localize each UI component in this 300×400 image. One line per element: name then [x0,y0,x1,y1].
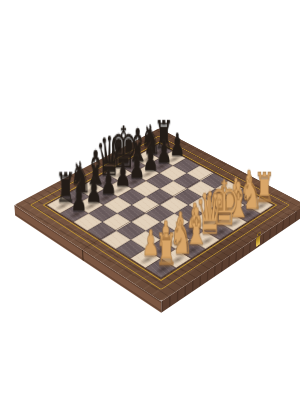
scene: ♜♞♝♛♚♝♞♜♟♟♟♟♟♟♟♟♟♟♟♟♟♟♟♟♜♞♝♛♚♝♞♜ [0,0,300,400]
square-e2: ♟ [189,213,218,230]
square-g3 [202,189,230,205]
square-b5 [102,213,131,230]
square-f1: ♝ [218,213,247,230]
fold-seam-edge [82,249,84,261]
square-b8: ♞ [62,189,90,205]
square-f6 [146,173,173,189]
chess-board: ♜♞♝♛♚♝♞♜♟♟♟♟♟♟♟♟♟♟♟♟♟♟♟♟♜♞♝♛♚♝♞♜ [14,128,300,301]
piece-anchor: ♜ [146,144,172,158]
piece-black-rook: ♜ [154,116,173,154]
square-h8: ♜ [146,144,172,158]
brass-latch [256,235,261,248]
square-d8: ♛ [91,173,118,189]
piece-anchor: ♛ [91,173,118,189]
product-photo-canvas: ♜♞♝♛♚♝♞♜♟♟♟♟♟♟♟♟♟♟♟♟♟♟♟♟♜♞♝♛♚♝♞♜ [0,0,300,400]
piece-anchor: ♞ [62,189,90,205]
piece-anchor: ♝ [218,213,247,230]
piece-shadow [235,206,262,223]
piece-anchor: ♟ [189,213,218,230]
square-c6 [103,197,131,214]
piece-white-rook: ♜ [254,167,275,208]
